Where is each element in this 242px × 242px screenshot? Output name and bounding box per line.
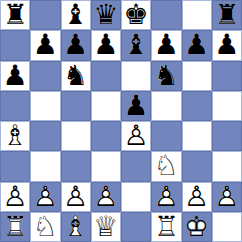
piece-white-pawn: ♟♙ (183, 183, 211, 211)
piece-black-pawn: ♙♟ (152, 31, 180, 59)
square-e8[interactable]: ♔♚ (121, 0, 151, 30)
piece-black-pawn: ♙♟ (31, 31, 59, 59)
piece-glyph-underlay: ♟ (213, 183, 241, 211)
square-d7[interactable]: ♙♟ (91, 30, 121, 60)
square-g6[interactable] (182, 61, 212, 91)
square-a6[interactable]: ♙♟ (0, 61, 30, 91)
square-b7[interactable]: ♙♟ (30, 30, 60, 60)
square-b8[interactable] (30, 0, 60, 30)
piece-glyph-underlay: ♙ (62, 31, 90, 59)
square-b4[interactable] (30, 121, 60, 151)
piece-glyph: ♙ (183, 183, 211, 211)
piece-white-king: ♚♔ (183, 213, 211, 241)
piece-glyph: ♟ (62, 31, 90, 59)
piece-glyph-underlay: ♘ (62, 62, 90, 90)
piece-glyph-underlay: ♔ (122, 1, 150, 29)
piece-glyph-underlay: ♗ (62, 1, 90, 29)
piece-glyph-underlay: ♗ (122, 31, 150, 59)
piece-white-rook: ♜♖ (1, 213, 29, 241)
piece-glyph-underlay: ♖ (213, 1, 241, 29)
piece-white-bishop: ♝♗ (62, 213, 90, 241)
square-h7[interactable]: ♙♟ (212, 30, 242, 60)
piece-glyph-underlay: ♟ (152, 183, 180, 211)
piece-glyph: ♔ (183, 213, 211, 241)
piece-glyph-underlay: ♟ (1, 183, 29, 211)
square-g5[interactable] (182, 91, 212, 121)
square-a7[interactable] (0, 30, 30, 60)
square-b1[interactable]: ♞♘ (30, 212, 60, 242)
piece-glyph: ♜ (213, 1, 241, 29)
square-d5[interactable] (91, 91, 121, 121)
square-a4[interactable]: ♝♗ (0, 121, 30, 151)
piece-glyph-underlay: ♙ (92, 31, 120, 59)
piece-glyph-underlay: ♝ (62, 213, 90, 241)
square-h2[interactable]: ♟♙ (212, 182, 242, 212)
piece-black-bishop: ♗♝ (122, 31, 150, 59)
square-h8[interactable]: ♖♜ (212, 0, 242, 30)
piece-glyph: ♙ (62, 183, 90, 211)
square-g8[interactable] (182, 0, 212, 30)
piece-glyph: ♟ (213, 31, 241, 59)
square-a2[interactable]: ♟♙ (0, 182, 30, 212)
square-e3[interactable] (121, 151, 151, 181)
piece-black-pawn: ♙♟ (213, 31, 241, 59)
piece-black-pawn: ♙♟ (1, 62, 29, 90)
piece-white-knight: ♞♘ (152, 152, 180, 180)
piece-black-rook: ♖♜ (213, 1, 241, 29)
square-c6[interactable]: ♘♞ (61, 61, 91, 91)
piece-white-pawn: ♟♙ (92, 183, 120, 211)
square-a1[interactable]: ♜♖ (0, 212, 30, 242)
square-f5[interactable] (151, 91, 181, 121)
piece-white-knight: ♞♘ (31, 213, 59, 241)
piece-white-pawn: ♟♙ (213, 183, 241, 211)
square-c3[interactable] (61, 151, 91, 181)
square-e5[interactable]: ♙♟ (121, 91, 151, 121)
square-f3[interactable]: ♞♘ (151, 151, 181, 181)
square-f2[interactable]: ♟♙ (151, 182, 181, 212)
piece-glyph: ♗ (62, 213, 90, 241)
piece-glyph: ♖ (152, 213, 180, 241)
square-a3[interactable] (0, 151, 30, 181)
square-e2[interactable] (121, 182, 151, 212)
piece-glyph: ♘ (31, 213, 59, 241)
square-d2[interactable]: ♟♙ (91, 182, 121, 212)
piece-glyph-underlay: ♙ (152, 31, 180, 59)
piece-glyph: ♕ (92, 213, 120, 241)
piece-glyph: ♙ (92, 183, 120, 211)
piece-glyph: ♙ (213, 183, 241, 211)
piece-black-knight: ♘♞ (152, 62, 180, 90)
piece-glyph-underlay: ♟ (62, 183, 90, 211)
piece-glyph-underlay: ♜ (1, 213, 29, 241)
piece-glyph: ♙ (1, 183, 29, 211)
square-d3[interactable] (91, 151, 121, 181)
piece-glyph: ♟ (92, 31, 120, 59)
square-h3[interactable] (212, 151, 242, 181)
piece-glyph-underlay: ♛ (92, 213, 120, 241)
square-b6[interactable] (30, 61, 60, 91)
square-b3[interactable] (30, 151, 60, 181)
square-e6[interactable] (121, 61, 151, 91)
piece-glyph: ♟ (183, 31, 211, 59)
piece-white-pawn: ♟♙ (122, 122, 150, 150)
square-a8[interactable]: ♖♜ (0, 0, 30, 30)
piece-black-pawn: ♙♟ (92, 31, 120, 59)
piece-glyph: ♙ (122, 122, 150, 150)
piece-glyph: ♖ (1, 213, 29, 241)
square-a5[interactable] (0, 91, 30, 121)
square-c7[interactable]: ♙♟ (61, 30, 91, 60)
square-e7[interactable]: ♗♝ (121, 30, 151, 60)
square-f8[interactable] (151, 0, 181, 30)
square-g7[interactable]: ♙♟ (182, 30, 212, 60)
square-f6[interactable]: ♘♞ (151, 61, 181, 91)
square-c2[interactable]: ♟♙ (61, 182, 91, 212)
piece-black-pawn: ♙♟ (122, 92, 150, 120)
piece-glyph: ♟ (152, 31, 180, 59)
piece-glyph-underlay: ♖ (1, 1, 29, 29)
square-b5[interactable] (30, 91, 60, 121)
piece-glyph-underlay: ♞ (31, 213, 59, 241)
square-c4[interactable] (61, 121, 91, 151)
piece-glyph-underlay: ♜ (152, 213, 180, 241)
piece-white-pawn: ♟♙ (1, 183, 29, 211)
piece-glyph: ♛ (92, 1, 120, 29)
square-d6[interactable] (91, 61, 121, 91)
square-e4[interactable]: ♟♙ (121, 121, 151, 151)
square-g1[interactable]: ♚♔ (182, 212, 212, 242)
piece-glyph-underlay: ♙ (122, 92, 150, 120)
piece-glyph-underlay: ♟ (31, 183, 59, 211)
square-h1[interactable] (212, 212, 242, 242)
square-d8[interactable]: ♕♛ (91, 0, 121, 30)
square-c1[interactable]: ♝♗ (61, 212, 91, 242)
piece-glyph: ♟ (1, 62, 29, 90)
square-f7[interactable]: ♙♟ (151, 30, 181, 60)
piece-glyph: ♟ (122, 92, 150, 120)
piece-white-pawn: ♟♙ (31, 183, 59, 211)
square-g2[interactable]: ♟♙ (182, 182, 212, 212)
square-b2[interactable]: ♟♙ (30, 182, 60, 212)
piece-glyph-underlay: ♟ (92, 183, 120, 211)
piece-white-pawn: ♟♙ (62, 183, 90, 211)
piece-glyph: ♞ (152, 62, 180, 90)
square-e1[interactable] (121, 212, 151, 242)
piece-white-pawn: ♟♙ (152, 183, 180, 211)
square-g3[interactable] (182, 151, 212, 181)
piece-glyph-underlay: ♙ (183, 31, 211, 59)
piece-black-pawn: ♙♟ (62, 31, 90, 59)
piece-glyph: ♝ (122, 31, 150, 59)
piece-glyph-underlay: ♝ (1, 122, 29, 150)
square-h5[interactable] (212, 91, 242, 121)
piece-white-bishop: ♝♗ (1, 122, 29, 150)
piece-glyph-underlay: ♟ (122, 122, 150, 150)
piece-black-queen: ♕♛ (92, 1, 120, 29)
piece-glyph: ♜ (1, 1, 29, 29)
square-h4[interactable] (212, 121, 242, 151)
piece-glyph: ♗ (1, 122, 29, 150)
piece-glyph: ♚ (122, 1, 150, 29)
square-c5[interactable] (61, 91, 91, 121)
piece-glyph-underlay: ♕ (92, 1, 120, 29)
square-f1[interactable]: ♜♖ (151, 212, 181, 242)
chess-board: ♖♜♗♝♕♛♔♚♖♜♙♟♙♟♙♟♗♝♙♟♙♟♙♟♙♟♘♞♘♞♙♟♝♗♟♙♞♘♟♙… (0, 0, 242, 242)
square-d4[interactable] (91, 121, 121, 151)
square-f4[interactable] (151, 121, 181, 151)
piece-glyph: ♞ (62, 62, 90, 90)
piece-glyph-underlay: ♙ (213, 31, 241, 59)
piece-glyph: ♘ (152, 152, 180, 180)
piece-glyph-underlay: ♚ (183, 213, 211, 241)
piece-glyph-underlay: ♙ (31, 31, 59, 59)
piece-black-king: ♔♚ (122, 1, 150, 29)
square-g4[interactable] (182, 121, 212, 151)
square-c8[interactable]: ♗♝ (61, 0, 91, 30)
piece-black-knight: ♘♞ (62, 62, 90, 90)
piece-glyph: ♙ (152, 183, 180, 211)
piece-white-rook: ♜♖ (152, 213, 180, 241)
piece-black-bishop: ♗♝ (62, 1, 90, 29)
piece-glyph: ♙ (31, 183, 59, 211)
piece-glyph: ♝ (62, 1, 90, 29)
square-h6[interactable] (212, 61, 242, 91)
square-d1[interactable]: ♛♕ (91, 212, 121, 242)
piece-glyph-underlay: ♞ (152, 152, 180, 180)
piece-black-pawn: ♙♟ (183, 31, 211, 59)
piece-black-rook: ♖♜ (1, 1, 29, 29)
piece-glyph-underlay: ♘ (152, 62, 180, 90)
piece-glyph-underlay: ♙ (1, 62, 29, 90)
piece-white-queen: ♛♕ (92, 213, 120, 241)
piece-glyph-underlay: ♟ (183, 183, 211, 211)
piece-glyph: ♟ (31, 31, 59, 59)
